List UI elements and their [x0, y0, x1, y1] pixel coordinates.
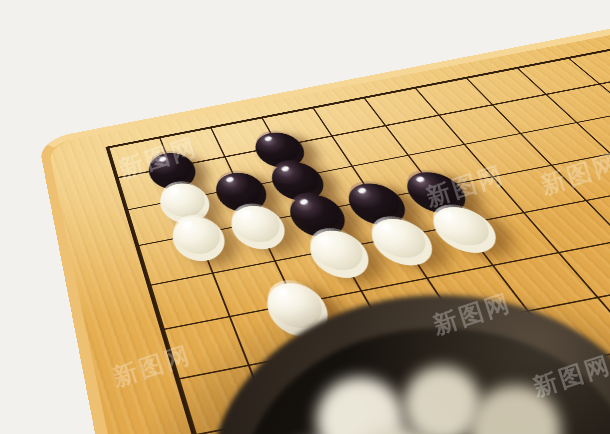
- bowl-white-stone: ●: [517, 428, 599, 434]
- bowl-white-stone: ●: [398, 346, 486, 434]
- bowl-white-stone: ●: [310, 354, 409, 434]
- bowl-white-stone: ●: [264, 420, 359, 434]
- bowl-white-stone: ●: [463, 361, 568, 434]
- bowl-white-stone: ●: [341, 401, 452, 434]
- bowl-white-stone: ●: [432, 426, 531, 434]
- bowl-cavity: [242, 328, 610, 434]
- scene: ●●●●●●●●●●●●●● ●●●●●●●●●●●●●●●● 新图网新图网新图…: [0, 0, 610, 434]
